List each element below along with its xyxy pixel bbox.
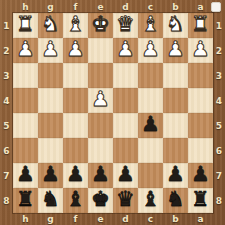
file-label-h: h — [13, 213, 38, 225]
board-squares: ♜♞♝♚♛♝♞♜♟♟♟♟♟♟♟♟♟♟♟♟♟♟♟♟♜♞♝♚♛♝♞♜ — [13, 13, 213, 213]
square-f1[interactable]: ♝ — [63, 13, 88, 38]
piece-white-pawn-f2[interactable]: ♟ — [66, 37, 85, 62]
square-e1[interactable]: ♚ — [88, 13, 113, 38]
square-c4[interactable] — [138, 88, 163, 113]
square-g1[interactable]: ♞ — [38, 13, 63, 38]
rank-labels-left: 12345678 — [0, 13, 13, 213]
square-a7[interactable]: ♟ — [188, 163, 213, 188]
square-g8[interactable]: ♞ — [38, 188, 63, 213]
square-g4[interactable] — [38, 88, 63, 113]
piece-white-pawn-d2[interactable]: ♟ — [116, 37, 135, 62]
rank-label-7: 7 — [0, 163, 13, 188]
rank-label-8: 8 — [213, 188, 225, 213]
piece-black-queen-d8[interactable]: ♛ — [116, 187, 135, 212]
square-c8[interactable]: ♝ — [138, 188, 163, 213]
rank-label-5: 5 — [0, 113, 13, 138]
square-e5[interactable] — [88, 113, 113, 138]
square-c6[interactable] — [138, 138, 163, 163]
rank-label-2: 2 — [0, 38, 13, 63]
square-b6[interactable] — [163, 138, 188, 163]
piece-black-pawn-b7[interactable]: ♟ — [166, 162, 185, 187]
file-label-a: a — [188, 213, 213, 225]
square-c2[interactable]: ♟ — [138, 38, 163, 63]
piece-white-bishop-c1[interactable]: ♝ — [141, 12, 160, 37]
file-label-b: b — [163, 213, 188, 225]
piece-black-pawn-e7[interactable]: ♟ — [91, 162, 110, 187]
square-h4[interactable] — [13, 88, 38, 113]
rank-label-8: 8 — [0, 188, 13, 213]
piece-black-king-e8[interactable]: ♚ — [91, 187, 110, 212]
square-b3[interactable] — [163, 63, 188, 88]
piece-white-pawn-g2[interactable]: ♟ — [41, 37, 60, 62]
square-e7[interactable]: ♟ — [88, 163, 113, 188]
square-g3[interactable] — [38, 63, 63, 88]
square-e2[interactable] — [88, 38, 113, 63]
square-c5[interactable]: ♟ — [138, 113, 163, 138]
square-f4[interactable] — [63, 88, 88, 113]
piece-white-knight-g1[interactable]: ♞ — [41, 12, 60, 37]
file-label-f: f — [63, 213, 88, 225]
square-f5[interactable] — [63, 113, 88, 138]
square-g7[interactable]: ♟ — [38, 163, 63, 188]
square-a3[interactable] — [188, 63, 213, 88]
square-h7[interactable]: ♟ — [13, 163, 38, 188]
piece-black-knight-g8[interactable]: ♞ — [41, 187, 60, 212]
square-e3[interactable] — [88, 63, 113, 88]
square-f6[interactable] — [63, 138, 88, 163]
chess-board: hgfedcba hgfedcba 12345678 12345678 ♜♞♝♚… — [0, 0, 225, 225]
square-d6[interactable] — [113, 138, 138, 163]
square-d8[interactable]: ♛ — [113, 188, 138, 213]
square-b1[interactable]: ♞ — [163, 13, 188, 38]
square-d2[interactable]: ♟ — [113, 38, 138, 63]
square-b8[interactable]: ♞ — [163, 188, 188, 213]
rank-labels-right: 12345678 — [213, 13, 225, 213]
square-d1[interactable]: ♛ — [113, 13, 138, 38]
square-b2[interactable]: ♟ — [163, 38, 188, 63]
rank-label-5: 5 — [213, 113, 225, 138]
square-g2[interactable]: ♟ — [38, 38, 63, 63]
piece-black-knight-b8[interactable]: ♞ — [166, 187, 185, 212]
piece-white-king-e1[interactable]: ♚ — [91, 12, 110, 37]
square-b4[interactable] — [163, 88, 188, 113]
piece-black-pawn-h7[interactable]: ♟ — [16, 162, 35, 187]
square-f8[interactable]: ♝ — [63, 188, 88, 213]
square-b7[interactable]: ♟ — [163, 163, 188, 188]
square-d7[interactable]: ♟ — [113, 163, 138, 188]
rank-label-3: 3 — [213, 63, 225, 88]
square-d4[interactable] — [113, 88, 138, 113]
file-label-e: e — [88, 213, 113, 225]
piece-white-queen-d1[interactable]: ♛ — [116, 12, 135, 37]
piece-white-pawn-a2[interactable]: ♟ — [191, 37, 210, 62]
rank-label-4: 4 — [213, 88, 225, 113]
rank-label-3: 3 — [0, 63, 13, 88]
rank-label-4: 4 — [0, 88, 13, 113]
square-f7[interactable]: ♟ — [63, 163, 88, 188]
piece-white-pawn-c2[interactable]: ♟ — [141, 37, 160, 62]
square-h2[interactable]: ♟ — [13, 38, 38, 63]
file-label-g: g — [38, 213, 63, 225]
piece-black-pawn-a7[interactable]: ♟ — [191, 162, 210, 187]
square-c7[interactable] — [138, 163, 163, 188]
square-f3[interactable] — [63, 63, 88, 88]
square-a6[interactable] — [188, 138, 213, 163]
rank-label-6: 6 — [0, 138, 13, 163]
square-h1[interactable]: ♜ — [13, 13, 38, 38]
piece-white-pawn-b2[interactable]: ♟ — [166, 37, 185, 62]
piece-white-pawn-e4[interactable]: ♟ — [91, 87, 110, 112]
square-a2[interactable]: ♟ — [188, 38, 213, 63]
square-h6[interactable] — [13, 138, 38, 163]
piece-black-bishop-f8[interactable]: ♝ — [66, 187, 85, 212]
file-labels-bottom: hgfedcba — [13, 213, 213, 225]
rank-label-1: 1 — [213, 13, 225, 38]
square-g5[interactable] — [38, 113, 63, 138]
square-d5[interactable] — [113, 113, 138, 138]
piece-black-bishop-c8[interactable]: ♝ — [141, 187, 160, 212]
square-e4[interactable]: ♟ — [88, 88, 113, 113]
square-a8[interactable]: ♜ — [188, 188, 213, 213]
square-h8[interactable]: ♜ — [13, 188, 38, 213]
piece-white-knight-b1[interactable]: ♞ — [166, 12, 185, 37]
square-a5[interactable] — [188, 113, 213, 138]
rank-label-1: 1 — [0, 13, 13, 38]
piece-white-rook-a1[interactable]: ♜ — [191, 12, 210, 37]
piece-black-pawn-c5[interactable]: ♟ — [141, 112, 160, 137]
piece-black-rook-h8[interactable]: ♜ — [16, 187, 35, 212]
square-g6[interactable] — [38, 138, 63, 163]
square-h3[interactable] — [13, 63, 38, 88]
square-f2[interactable]: ♟ — [63, 38, 88, 63]
piece-black-rook-a8[interactable]: ♜ — [191, 187, 210, 212]
square-h5[interactable] — [13, 113, 38, 138]
piece-black-pawn-g7[interactable]: ♟ — [41, 162, 60, 187]
square-e6[interactable] — [88, 138, 113, 163]
square-e8[interactable]: ♚ — [88, 188, 113, 213]
piece-white-bishop-f1[interactable]: ♝ — [66, 12, 85, 37]
rank-label-7: 7 — [213, 163, 225, 188]
square-c1[interactable]: ♝ — [138, 13, 163, 38]
rank-label-6: 6 — [213, 138, 225, 163]
square-b5[interactable] — [163, 113, 188, 138]
piece-white-rook-h1[interactable]: ♜ — [16, 12, 35, 37]
square-d3[interactable] — [113, 63, 138, 88]
piece-white-pawn-h2[interactable]: ♟ — [16, 37, 35, 62]
file-label-c: c — [138, 213, 163, 225]
square-c3[interactable] — [138, 63, 163, 88]
piece-black-pawn-d7[interactable]: ♟ — [116, 162, 135, 187]
square-a1[interactable]: ♜ — [188, 13, 213, 38]
piece-black-pawn-f7[interactable]: ♟ — [66, 162, 85, 187]
rank-label-2: 2 — [213, 38, 225, 63]
square-a4[interactable] — [188, 88, 213, 113]
white-square-icon[interactable] — [211, 2, 221, 12]
file-label-d: d — [113, 213, 138, 225]
